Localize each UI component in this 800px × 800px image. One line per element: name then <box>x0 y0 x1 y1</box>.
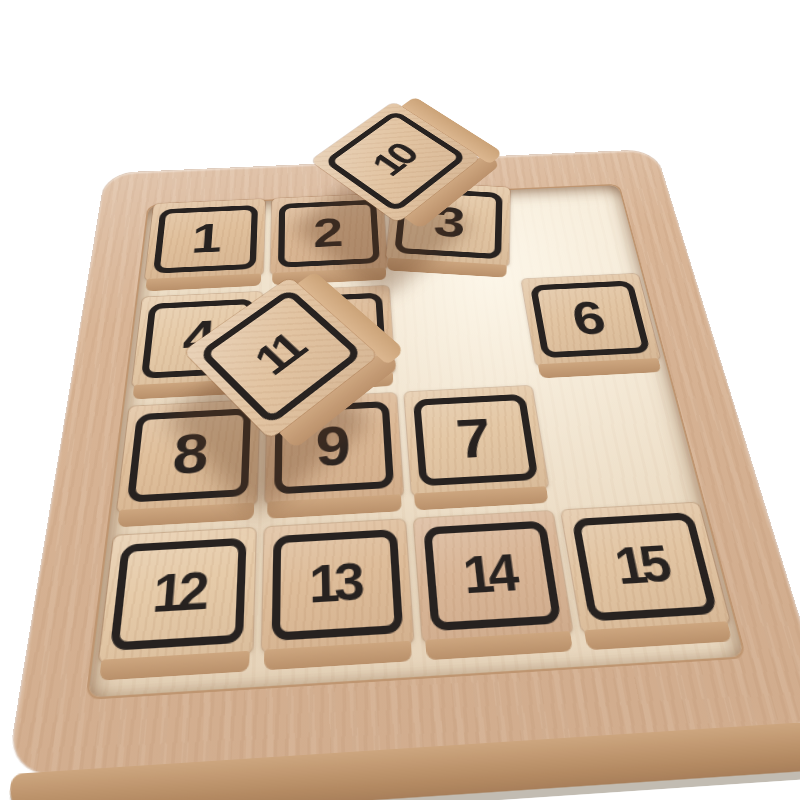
tile-number: 3 <box>432 197 466 247</box>
empty-cell-r0c3 <box>505 190 635 280</box>
tile-number-border: 14 <box>423 520 561 631</box>
tile-number-border: 6 <box>530 280 651 358</box>
scene: 12345689712131415 11 10 <box>0 0 800 800</box>
tile-number: 13 <box>309 551 360 615</box>
tile-number-border: 12 <box>110 537 246 651</box>
tile-7[interactable]: 7 <box>404 386 551 511</box>
tile-number: 14 <box>460 542 516 605</box>
tile-number: 2 <box>313 209 344 257</box>
tile-1-face: 1 <box>145 199 265 281</box>
tile-number-border: 13 <box>272 529 403 642</box>
tile-12-face: 12 <box>99 528 256 663</box>
tile-14-face: 14 <box>414 511 573 643</box>
tile-14[interactable]: 14 <box>414 511 576 661</box>
tile-6-face: 6 <box>521 274 660 366</box>
puzzle-tray: 12345689712131415 11 10 <box>7 150 800 776</box>
cell-r2c2: 7 <box>404 393 550 518</box>
tile-7-face: 7 <box>404 386 548 496</box>
tile-number: 15 <box>610 533 672 595</box>
cell-r3c1: 13 <box>263 526 415 677</box>
tile-1[interactable]: 1 <box>143 199 265 292</box>
tile-13[interactable]: 13 <box>261 519 414 670</box>
tile-number: 11 <box>244 325 314 384</box>
tile-number: 7 <box>453 406 495 471</box>
tile-number-border: 15 <box>572 512 718 622</box>
tile-number: 12 <box>150 560 205 625</box>
tile-number-border: 1 <box>153 205 258 274</box>
tile-12[interactable]: 12 <box>97 528 256 681</box>
tile-number-border: 7 <box>413 394 538 487</box>
product-photo: 12345689712131415 11 10 <box>0 0 800 800</box>
empty-cell-r1c2 <box>396 287 529 393</box>
cell-r0c0: 1 <box>145 206 266 299</box>
cell-r3c2: 14 <box>414 517 575 666</box>
tile-number: 10 <box>362 137 426 182</box>
cell-r3c0: 12 <box>99 534 257 687</box>
cell-r1c3: 6 <box>521 281 663 386</box>
tile-13-face: 13 <box>262 519 414 652</box>
tile-number: 6 <box>567 291 610 346</box>
tray-front-edge <box>3 721 800 800</box>
tile-number: 1 <box>190 214 224 262</box>
